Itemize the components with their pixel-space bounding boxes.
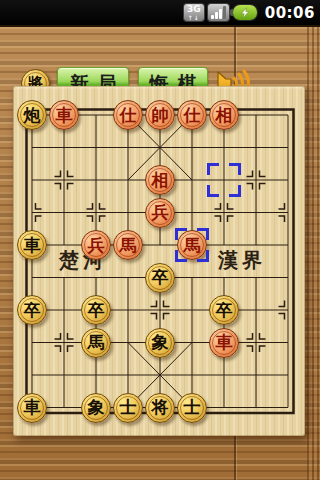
battery-charging-icon <box>233 5 257 20</box>
piece-black-chariot[interactable]: 車 <box>17 393 47 423</box>
piece-black-general[interactable]: 将 <box>145 393 175 423</box>
piece-red-soldier[interactable]: 兵 <box>145 198 175 228</box>
data-arrows-icon: ↑↓ <box>184 15 204 20</box>
piece-black-elephant[interactable]: 象 <box>145 328 175 358</box>
piece-black-cannon[interactable]: 炮 <box>17 100 47 130</box>
piece-red-chariot[interactable]: 車 <box>49 100 79 130</box>
xiangqi-board[interactable]: 楚河 漢界 炮車仕帥仕相相兵車兵馬馬卒卒卒卒馬象車車象士将士 <box>13 86 305 436</box>
3g-network-icon: 3G ↑↓ <box>184 4 204 21</box>
piece-red-elephant[interactable]: 相 <box>145 165 175 195</box>
lightning-bolt-icon <box>239 7 251 19</box>
signal-strength-icon <box>208 4 229 21</box>
piece-black-soldier[interactable]: 卒 <box>17 295 47 325</box>
wood-background: 將 新局 悔棋 楚河 漢界 炮車仕帥仕相相兵車兵馬馬卒卒卒卒馬象車車象士将士 <box>0 25 320 480</box>
piece-black-soldier[interactable]: 卒 <box>209 295 239 325</box>
river-label-right: 漢界 <box>217 248 266 272</box>
piece-red-general[interactable]: 帥 <box>145 100 175 130</box>
piece-black-chariot[interactable]: 車 <box>17 230 47 260</box>
status-bar: 3G ↑↓ 00:06 <box>0 0 320 25</box>
piece-red-horse[interactable]: 馬 <box>177 230 207 260</box>
piece-red-soldier[interactable]: 兵 <box>81 230 111 260</box>
board-grid: 楚河 漢界 <box>13 86 305 436</box>
piece-red-elephant[interactable]: 相 <box>209 100 239 130</box>
clock-time: 00:06 <box>265 4 315 22</box>
piece-black-horse[interactable]: 馬 <box>81 328 111 358</box>
wood-edge <box>307 27 320 480</box>
piece-black-advisor[interactable]: 士 <box>113 393 143 423</box>
piece-red-advisor[interactable]: 仕 <box>177 100 207 130</box>
piece-black-soldier[interactable]: 卒 <box>145 263 175 293</box>
piece-black-elephant[interactable]: 象 <box>81 393 111 423</box>
app-screen: 3G ↑↓ 00:06 將 新局 悔棋 <box>0 0 320 480</box>
piece-red-horse[interactable]: 馬 <box>113 230 143 260</box>
piece-black-soldier[interactable]: 卒 <box>81 295 111 325</box>
piece-black-advisor[interactable]: 士 <box>177 393 207 423</box>
piece-red-chariot[interactable]: 車 <box>209 328 239 358</box>
piece-red-advisor[interactable]: 仕 <box>113 100 143 130</box>
